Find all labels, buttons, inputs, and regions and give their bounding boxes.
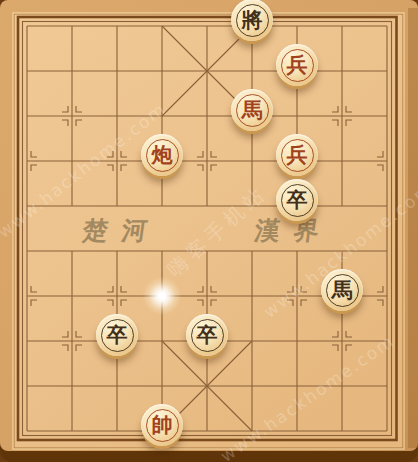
piece-red-cannon[interactable]: 炮	[141, 134, 183, 176]
piece-character: 馬	[332, 280, 353, 301]
board-grid	[0, 0, 418, 462]
piece-character: 卒	[107, 325, 128, 346]
piece-character: 卒	[287, 190, 308, 211]
piece-red-horse[interactable]: 馬	[231, 89, 273, 131]
piece-character: 將	[242, 10, 263, 31]
piece-red-soldier[interactable]: 兵	[276, 134, 318, 176]
piece-black-soldier[interactable]: 卒	[186, 314, 228, 356]
xiangqi-board: 楚河 漢界 將兵馬炮兵卒馬卒卒帥 www.hackhome.com嗨客手机站ww…	[0, 0, 418, 462]
piece-character: 馬	[242, 100, 263, 121]
piece-character: 卒	[197, 325, 218, 346]
piece-character: 炮	[152, 145, 173, 166]
piece-character: 帥	[152, 415, 173, 436]
piece-black-general[interactable]: 將	[231, 0, 273, 41]
piece-character: 兵	[287, 55, 308, 76]
piece-character: 兵	[287, 145, 308, 166]
piece-red-general[interactable]: 帥	[141, 404, 183, 446]
piece-red-soldier[interactable]: 兵	[276, 44, 318, 86]
piece-black-soldier[interactable]: 卒	[96, 314, 138, 356]
piece-black-soldier[interactable]: 卒	[276, 179, 318, 221]
piece-black-horse[interactable]: 馬	[321, 269, 363, 311]
